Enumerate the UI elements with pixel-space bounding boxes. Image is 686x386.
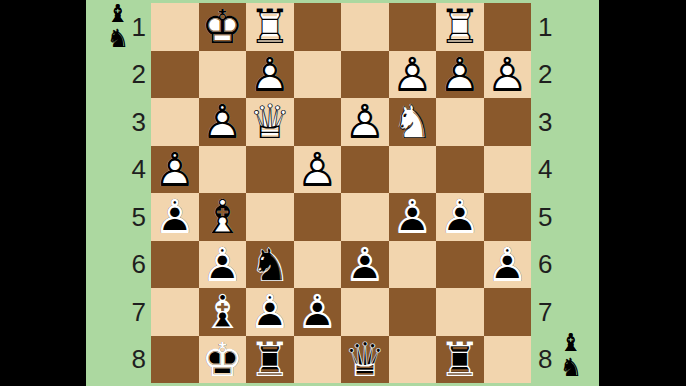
left-label-row: 7 — [86, 288, 151, 336]
square-c2: ♟♙ — [389, 51, 437, 99]
rank-label-5: 5 — [132, 204, 146, 230]
black-queen: ♛♕ — [341, 336, 389, 384]
square-a2: ♟♙ — [484, 51, 532, 99]
square-b6 — [436, 241, 484, 289]
black-pawn: ♟♙ — [436, 193, 484, 241]
square-h5: ♟♙ — [151, 193, 199, 241]
piece-outline-glyph: ♙ — [294, 288, 342, 336]
square-e1 — [294, 3, 342, 51]
square-b3 — [436, 98, 484, 146]
white-rook: ♜♖ — [246, 3, 294, 51]
piece-outline-glyph: ♙ — [199, 98, 247, 146]
square-f3: ♛♕ — [246, 98, 294, 146]
square-f7: ♟♙ — [246, 288, 294, 336]
square-g7: ♝♗ — [199, 288, 247, 336]
piece-outline-glyph: ♖ — [246, 3, 294, 51]
square-a1 — [484, 3, 532, 51]
black-rook: ♜♖ — [436, 336, 484, 384]
white-pawn: ♟♙ — [436, 51, 484, 99]
white-knight: ♞♘ — [389, 98, 437, 146]
rank-label-6: 6 — [132, 251, 146, 277]
black-pawn: ♟♙ — [294, 288, 342, 336]
piece-outline-glyph: ♙ — [151, 146, 199, 194]
piece-outline-glyph: ♙ — [484, 241, 532, 289]
rank-label-7: 7 — [132, 299, 146, 325]
square-f1: ♜♖ — [246, 3, 294, 51]
right-rank-strip: 12345678 ♝♗♞♘ — [531, 0, 599, 386]
square-f5 — [246, 193, 294, 241]
square-a8 — [484, 336, 532, 384]
square-d6: ♟♙ — [341, 241, 389, 289]
black-pawn: ♟♙ — [341, 241, 389, 289]
left-label-row: 5 — [86, 193, 151, 241]
rank-label-2: 2 — [538, 61, 552, 87]
piece-outline-glyph: ♙ — [246, 288, 294, 336]
square-a4 — [484, 146, 532, 194]
piece-outline-glyph: ♙ — [246, 51, 294, 99]
square-c7 — [389, 288, 437, 336]
rank-label-8: 8 — [538, 346, 552, 372]
right-label-row: 2 — [531, 51, 599, 99]
square-g8: ♚♔ — [199, 336, 247, 384]
piece-outline-glyph: ♗ — [103, 1, 133, 26]
piece-outline-glyph: ♖ — [436, 3, 484, 51]
piece-outline-glyph: ♕ — [341, 336, 389, 384]
black-knight-captured: ♞♘ — [103, 26, 133, 51]
black-pawn: ♟♙ — [484, 241, 532, 289]
piece-outline-glyph: ♙ — [341, 98, 389, 146]
square-d4 — [341, 146, 389, 194]
square-g3: ♟♙ — [199, 98, 247, 146]
square-g2 — [199, 51, 247, 99]
white-pawn: ♟♙ — [151, 146, 199, 194]
square-d5 — [341, 193, 389, 241]
rank-label-3: 3 — [132, 109, 146, 135]
square-f2: ♟♙ — [246, 51, 294, 99]
left-label-row: 2 — [86, 51, 151, 99]
piece-outline-glyph: ♘ — [556, 355, 586, 380]
white-queen: ♛♕ — [246, 98, 294, 146]
letterbox-right — [599, 0, 686, 386]
piece-outline-glyph: ♖ — [246, 336, 294, 384]
rank-label-8: 8 — [132, 346, 146, 372]
square-c6 — [389, 241, 437, 289]
square-b5: ♟♙ — [436, 193, 484, 241]
square-b8: ♜♖ — [436, 336, 484, 384]
square-c5: ♟♙ — [389, 193, 437, 241]
white-bishop: ♝♗ — [199, 193, 247, 241]
piece-outline-glyph: ♕ — [246, 98, 294, 146]
black-pawn: ♟♙ — [151, 193, 199, 241]
rank-label-4: 4 — [132, 156, 146, 182]
white-pawn: ♟♙ — [389, 51, 437, 99]
square-h4: ♟♙ — [151, 146, 199, 194]
left-label-row: 6 — [86, 241, 151, 289]
square-b1: ♜♖ — [436, 3, 484, 51]
captured-black-pieces-tray: ♝♗♞♘ — [100, 1, 136, 51]
black-knight: ♞♘ — [246, 241, 294, 289]
square-e3 — [294, 98, 342, 146]
chess-board: ♚♔♜♖♜♖♟♙♟♙♟♙♟♙♟♙♛♕♟♙♞♘♟♙♟♙♟♙♝♗♟♙♟♙♟♙♞♘♟♙… — [151, 3, 531, 383]
board-area: ♚♔♜♖♜♖♟♙♟♙♟♙♟♙♟♙♛♕♟♙♞♘♟♙♟♙♟♙♝♗♟♙♟♙♟♙♞♘♟♙… — [151, 0, 531, 386]
square-c3: ♞♘ — [389, 98, 437, 146]
square-g4 — [199, 146, 247, 194]
square-d1 — [341, 3, 389, 51]
square-f4 — [246, 146, 294, 194]
piece-outline-glyph: ♙ — [389, 51, 437, 99]
square-e4: ♟♙ — [294, 146, 342, 194]
right-label-row: 3 — [531, 98, 599, 146]
black-bishop: ♝♗ — [199, 288, 247, 336]
captured-white-pieces-tray: ♝♗♞♘ — [553, 330, 589, 380]
rank-label-4: 4 — [538, 156, 552, 182]
square-c8 — [389, 336, 437, 384]
black-pawn: ♟♙ — [246, 288, 294, 336]
square-g6: ♟♙ — [199, 241, 247, 289]
white-knight-captured: ♞♘ — [556, 355, 586, 380]
square-d3: ♟♙ — [341, 98, 389, 146]
piece-outline-glyph: ♔ — [199, 3, 247, 51]
right-label-row: 1 — [531, 3, 599, 51]
white-pawn: ♟♙ — [246, 51, 294, 99]
white-pawn: ♟♙ — [484, 51, 532, 99]
left-rank-strip: ♝♗♞♘ 12345678 — [86, 0, 151, 386]
square-g5: ♝♗ — [199, 193, 247, 241]
square-a7 — [484, 288, 532, 336]
white-pawn: ♟♙ — [341, 98, 389, 146]
square-e8 — [294, 336, 342, 384]
black-king: ♚♔ — [199, 336, 247, 384]
piece-outline-glyph: ♙ — [436, 193, 484, 241]
black-pawn: ♟♙ — [389, 193, 437, 241]
right-label-row: 5 — [531, 193, 599, 241]
video-frame: ♝♗♞♘ 12345678 ♚♔♜♖♜♖♟♙♟♙♟♙♟♙♟♙♛♕♟♙♞♘♟♙♟♙… — [0, 0, 686, 386]
left-label-row: 3 — [86, 98, 151, 146]
white-pawn: ♟♙ — [294, 146, 342, 194]
square-a5 — [484, 193, 532, 241]
piece-outline-glyph: ♗ — [199, 288, 247, 336]
piece-outline-glyph: ♙ — [294, 146, 342, 194]
square-c4 — [389, 146, 437, 194]
left-label-row: 4 — [86, 146, 151, 194]
square-h2 — [151, 51, 199, 99]
square-h1 — [151, 3, 199, 51]
piece-outline-glyph: ♗ — [199, 193, 247, 241]
piece-outline-glyph: ♙ — [199, 241, 247, 289]
piece-outline-glyph: ♔ — [199, 336, 247, 384]
black-rook: ♜♖ — [246, 336, 294, 384]
square-e6 — [294, 241, 342, 289]
piece-outline-glyph: ♙ — [484, 51, 532, 99]
rank-label-2: 2 — [132, 61, 146, 87]
square-f8: ♜♖ — [246, 336, 294, 384]
white-rook: ♜♖ — [436, 3, 484, 51]
square-e7: ♟♙ — [294, 288, 342, 336]
rank-label-3: 3 — [538, 109, 552, 135]
letterbox-left — [0, 0, 86, 386]
square-d2 — [341, 51, 389, 99]
black-bishop-captured: ♝♗ — [103, 1, 133, 26]
right-label-row: 4 — [531, 146, 599, 194]
square-e5 — [294, 193, 342, 241]
black-pawn: ♟♙ — [199, 241, 247, 289]
square-f6: ♞♘ — [246, 241, 294, 289]
left-rank-labels: 12345678 — [86, 0, 151, 383]
rank-label-1: 1 — [538, 14, 552, 40]
board-panel: ♝♗♞♘ 12345678 ♚♔♜♖♜♖♟♙♟♙♟♙♟♙♟♙♛♕♟♙♞♘♟♙♟♙… — [86, 0, 599, 386]
rank-label-6: 6 — [538, 251, 552, 277]
square-h3 — [151, 98, 199, 146]
square-d8: ♛♕ — [341, 336, 389, 384]
square-g1: ♚♔ — [199, 3, 247, 51]
square-b2: ♟♙ — [436, 51, 484, 99]
piece-outline-glyph: ♙ — [341, 241, 389, 289]
white-king: ♚♔ — [199, 3, 247, 51]
square-e2 — [294, 51, 342, 99]
piece-outline-glyph: ♙ — [389, 193, 437, 241]
piece-outline-glyph: ♙ — [436, 51, 484, 99]
square-h7 — [151, 288, 199, 336]
square-a6: ♟♙ — [484, 241, 532, 289]
square-a3 — [484, 98, 532, 146]
right-rank-labels: 12345678 — [531, 0, 599, 383]
square-b7 — [436, 288, 484, 336]
piece-outline-glyph: ♘ — [246, 241, 294, 289]
square-h8 — [151, 336, 199, 384]
piece-outline-glyph: ♘ — [103, 26, 133, 51]
square-h6 — [151, 241, 199, 289]
piece-outline-glyph: ♘ — [389, 98, 437, 146]
rank-label-7: 7 — [538, 299, 552, 325]
white-bishop-captured: ♝♗ — [556, 330, 586, 355]
piece-outline-glyph: ♗ — [556, 330, 586, 355]
right-label-row: 6 — [531, 241, 599, 289]
left-label-row: 8 — [86, 336, 151, 384]
square-d7 — [341, 288, 389, 336]
square-b4 — [436, 146, 484, 194]
piece-outline-glyph: ♙ — [151, 193, 199, 241]
rank-label-5: 5 — [538, 204, 552, 230]
white-pawn: ♟♙ — [199, 98, 247, 146]
piece-outline-glyph: ♖ — [436, 336, 484, 384]
square-c1 — [389, 3, 437, 51]
